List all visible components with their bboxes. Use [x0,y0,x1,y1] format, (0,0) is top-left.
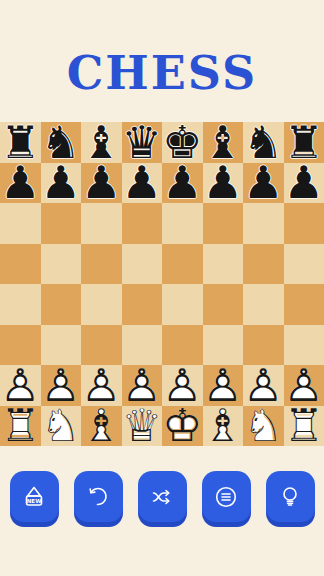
square-h4[interactable] [284,284,324,325]
square-g4[interactable] [243,284,284,325]
square-e3[interactable] [162,325,203,366]
square-d4[interactable] [122,284,163,325]
square-f2[interactable]: ♟♙ [203,365,244,406]
square-d6[interactable] [122,203,163,244]
square-h3[interactable] [284,325,324,366]
undo-button[interactable] [74,471,123,522]
piece-white-pawn-fill: ♟ [162,365,203,406]
square-e1[interactable]: ♚♔ [162,406,203,447]
piece-white-pawn: ♙ [0,365,41,406]
square-b7[interactable]: ♟ [41,163,82,204]
square-b4[interactable] [41,284,82,325]
square-d3[interactable] [122,325,163,366]
piece-white-queen: ♕ [122,406,163,447]
piece-white-rook-fill: ♜ [0,406,41,447]
toolbar: NEW [0,471,324,522]
square-g5[interactable] [243,244,284,285]
piece-white-rook: ♖ [0,406,41,447]
square-c3[interactable] [81,325,122,366]
square-c4[interactable] [81,284,122,325]
square-e4[interactable] [162,284,203,325]
square-e2[interactable]: ♟♙ [162,365,203,406]
chess-board: ♜♞♝♛♚♝♞♜♟♟♟♟♟♟♟♟♟♙♟♙♟♙♟♙♟♙♟♙♟♙♟♙♜♖♞♘♝♗♛♕… [0,122,324,446]
piece-white-pawn-fill: ♟ [203,365,244,406]
square-a5[interactable] [0,244,41,285]
square-b8[interactable]: ♞ [41,122,82,163]
piece-black-pawn: ♟ [243,163,284,204]
piece-black-pawn: ♟ [162,163,203,204]
piece-black-bishop: ♝ [203,122,244,163]
piece-white-pawn-fill: ♟ [81,365,122,406]
piece-black-pawn: ♟ [0,163,41,204]
square-a8[interactable]: ♜ [0,122,41,163]
new-game-button[interactable]: NEW [10,471,59,522]
piece-white-pawn-fill: ♟ [243,365,284,406]
square-f1[interactable]: ♝♗ [203,406,244,447]
square-a3[interactable] [0,325,41,366]
square-a6[interactable] [0,203,41,244]
piece-black-pawn: ♟ [284,163,324,204]
piece-white-bishop-fill: ♝ [203,406,244,447]
square-h2[interactable]: ♟♙ [284,365,324,406]
piece-black-rook: ♜ [284,122,324,163]
piece-white-pawn: ♙ [81,365,122,406]
piece-black-pawn: ♟ [122,163,163,204]
piece-white-bishop-fill: ♝ [81,406,122,447]
square-c6[interactable] [81,203,122,244]
square-g8[interactable]: ♞ [243,122,284,163]
square-f3[interactable] [203,325,244,366]
piece-black-pawn: ♟ [203,163,244,204]
piece-white-king: ♔ [162,406,203,447]
square-a1[interactable]: ♜♖ [0,406,41,447]
square-g7[interactable]: ♟ [243,163,284,204]
piece-white-rook-fill: ♜ [284,406,324,447]
undo-arrow-icon [84,483,112,511]
piece-white-pawn-fill: ♟ [284,365,324,406]
square-e6[interactable] [162,203,203,244]
lightbulb-icon [276,483,304,511]
square-c8[interactable]: ♝ [81,122,122,163]
square-c7[interactable]: ♟ [81,163,122,204]
square-g6[interactable] [243,203,284,244]
new-badge-label: NEW [27,497,42,503]
square-b5[interactable] [41,244,82,285]
piece-black-bishop: ♝ [81,122,122,163]
piece-black-pawn: ♟ [41,163,82,204]
piece-white-pawn: ♙ [41,365,82,406]
piece-black-rook: ♜ [0,122,41,163]
hint-button[interactable] [266,471,315,522]
piece-black-knight: ♞ [243,122,284,163]
square-e5[interactable] [162,244,203,285]
piece-white-king-fill: ♚ [162,406,203,447]
piece-white-bishop: ♗ [81,406,122,447]
piece-white-knight-fill: ♞ [243,406,284,447]
piece-white-knight-fill: ♞ [41,406,82,447]
piece-white-pawn: ♙ [162,365,203,406]
square-g2[interactable]: ♟♙ [243,365,284,406]
piece-white-pawn: ♙ [243,365,284,406]
square-b1[interactable]: ♞♘ [41,406,82,447]
piece-white-rook: ♖ [284,406,324,447]
piece-white-knight: ♘ [41,406,82,447]
square-d2[interactable]: ♟♙ [122,365,163,406]
square-h6[interactable] [284,203,324,244]
square-g3[interactable] [243,325,284,366]
square-c5[interactable] [81,244,122,285]
square-f4[interactable] [203,284,244,325]
square-g1[interactable]: ♞♘ [243,406,284,447]
menu-button[interactable] [202,471,251,522]
piece-white-pawn: ♙ [203,365,244,406]
square-b6[interactable] [41,203,82,244]
square-h8[interactable]: ♜ [284,122,324,163]
piece-white-pawn-fill: ♟ [122,365,163,406]
square-f6[interactable] [203,203,244,244]
piece-black-king: ♚ [162,122,203,163]
piece-white-queen-fill: ♛ [122,406,163,447]
square-a4[interactable] [0,284,41,325]
square-b2[interactable]: ♟♙ [41,365,82,406]
piece-white-pawn-fill: ♟ [41,365,82,406]
square-f7[interactable]: ♟ [203,163,244,204]
square-c1[interactable]: ♝♗ [81,406,122,447]
app-title: CHESS [0,48,324,98]
square-h7[interactable]: ♟ [284,163,324,204]
square-d5[interactable] [122,244,163,285]
square-e8[interactable]: ♚ [162,122,203,163]
piece-white-pawn: ♙ [122,365,163,406]
shuffle-arrows-icon [148,483,176,511]
piece-white-bishop: ♗ [203,406,244,447]
piece-white-pawn: ♙ [284,365,324,406]
square-f8[interactable]: ♝ [203,122,244,163]
menu-circle-icon [212,483,240,511]
square-e7[interactable]: ♟ [162,163,203,204]
square-a7[interactable]: ♟ [0,163,41,204]
square-d7[interactable]: ♟ [122,163,163,204]
shuffle-button[interactable] [138,471,187,522]
square-h1[interactable]: ♜♖ [284,406,324,447]
piece-black-pawn: ♟ [81,163,122,204]
square-d1[interactable]: ♛♕ [122,406,163,447]
piece-black-knight: ♞ [41,122,82,163]
square-d8[interactable]: ♛ [122,122,163,163]
square-h5[interactable] [284,244,324,285]
app-screen: CHESS ♜♞♝♛♚♝♞♜♟♟♟♟♟♟♟♟♟♙♟♙♟♙♟♙♟♙♟♙♟♙♟♙♜♖… [0,0,324,576]
piece-white-pawn-fill: ♟ [0,365,41,406]
square-c2[interactable]: ♟♙ [81,365,122,406]
piece-black-queen: ♛ [122,122,163,163]
square-a2[interactable]: ♟♙ [0,365,41,406]
new-sign-icon: NEW [20,483,48,511]
square-b3[interactable] [41,325,82,366]
piece-white-knight: ♘ [243,406,284,447]
square-f5[interactable] [203,244,244,285]
